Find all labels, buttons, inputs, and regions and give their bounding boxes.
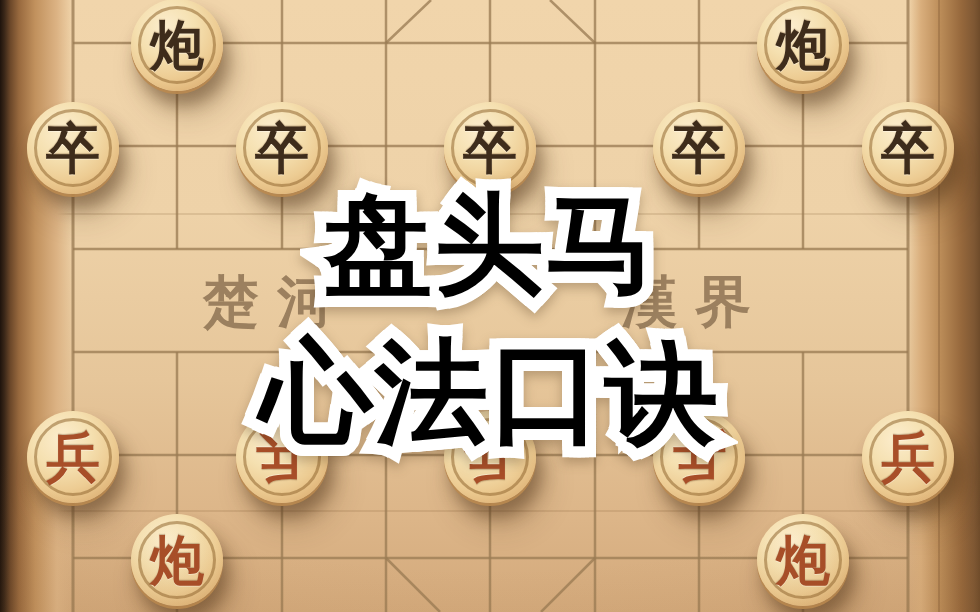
- piece-red-cannon-b8[interactable]: 炮: [131, 514, 223, 606]
- piece-character: 卒: [672, 121, 726, 175]
- piece-black-soldier-g4[interactable]: 卒: [653, 102, 745, 194]
- piece-black-soldier-a4[interactable]: 卒: [27, 102, 119, 194]
- overlay-title-line1: 盘头马 盘头马: [0, 190, 980, 300]
- overlay-title-line2: 心法口诀 心法口诀: [0, 336, 980, 450]
- piece-character: 炮: [150, 18, 204, 72]
- piece-black-cannon-h3[interactable]: 炮: [757, 0, 849, 91]
- piece-black-cannon-b3[interactable]: 炮: [131, 0, 223, 91]
- piece-black-soldier-e4[interactable]: 卒: [444, 102, 536, 194]
- piece-character: 炮: [776, 18, 830, 72]
- piece-red-cannon-h8[interactable]: 炮: [757, 514, 849, 606]
- piece-black-soldier-i4[interactable]: 卒: [862, 102, 954, 194]
- piece-character: 炮: [776, 533, 830, 587]
- piece-character: 卒: [46, 121, 100, 175]
- piece-character: 卒: [881, 121, 935, 175]
- xiangqi-board[interactable]: 楚河 漢界 炮炮卒卒卒卒卒兵兵兵兵兵炮炮 盘头马 盘头马 心法口诀 心法口诀: [0, 0, 980, 612]
- board-grid-lines: [0, 0, 980, 612]
- piece-character: 炮: [150, 533, 204, 587]
- overlay-title-line1-text: 盘头马: [0, 190, 980, 299]
- piece-black-soldier-c4[interactable]: 卒: [236, 102, 328, 194]
- piece-character: 卒: [255, 121, 309, 175]
- overlay-title-line2-text: 心法口诀: [0, 336, 980, 449]
- piece-character: 卒: [463, 121, 517, 175]
